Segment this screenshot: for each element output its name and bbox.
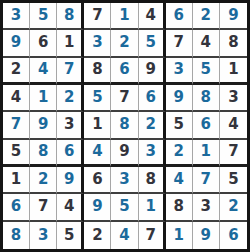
cell-r5c9[interactable]: 4 (220, 112, 247, 139)
cell-r2c7[interactable]: 7 (166, 30, 193, 57)
cell-r9c7[interactable]: 1 (166, 222, 193, 249)
cell-r4c3[interactable]: 2 (57, 85, 84, 112)
cell-r6c5[interactable]: 9 (111, 140, 138, 167)
cell-r5c4[interactable]: 1 (84, 112, 111, 139)
cell-r1c3[interactable]: 8 (57, 3, 84, 30)
cell-r8c5[interactable]: 5 (111, 194, 138, 221)
cell-r6c9[interactable]: 7 (220, 140, 247, 167)
cell-r3c2[interactable]: 4 (30, 58, 57, 85)
cell-r5c8[interactable]: 6 (193, 112, 220, 139)
cell-r1c1[interactable]: 3 (3, 3, 30, 30)
cell-r2c1[interactable]: 9 (3, 30, 30, 57)
cell-r7c6[interactable]: 8 (139, 167, 166, 194)
cell-r1c2[interactable]: 5 (30, 3, 57, 30)
cell-r6c1[interactable]: 5 (3, 140, 30, 167)
cell-r1c8[interactable]: 2 (193, 3, 220, 30)
cell-r5c1[interactable]: 7 (3, 112, 30, 139)
cell-r6c3[interactable]: 6 (57, 140, 84, 167)
cell-r8c1[interactable]: 6 (3, 194, 30, 221)
cell-r7c1[interactable]: 1 (3, 167, 30, 194)
cell-r1c7[interactable]: 6 (166, 3, 193, 30)
cell-r3c5[interactable]: 6 (111, 58, 138, 85)
cell-r5c2[interactable]: 9 (30, 112, 57, 139)
cell-r6c7[interactable]: 2 (166, 140, 193, 167)
cell-r9c2[interactable]: 3 (30, 222, 57, 249)
cell-r9c1[interactable]: 8 (3, 222, 30, 249)
cell-r2c2[interactable]: 6 (30, 30, 57, 57)
cell-r9c9[interactable]: 6 (220, 222, 247, 249)
cell-r8c6[interactable]: 1 (139, 194, 166, 221)
cell-r2c9[interactable]: 8 (220, 30, 247, 57)
cell-r1c5[interactable]: 1 (111, 3, 138, 30)
cell-r7c9[interactable]: 5 (220, 167, 247, 194)
cell-r1c4[interactable]: 7 (84, 3, 111, 30)
sudoku-app: 3587146299613257482478693514125769837931… (0, 0, 250, 252)
cell-r3c7[interactable]: 3 (166, 58, 193, 85)
cell-r3c8[interactable]: 5 (193, 58, 220, 85)
cell-r8c9[interactable]: 2 (220, 194, 247, 221)
cell-r9c5[interactable]: 4 (111, 222, 138, 249)
cell-r4c7[interactable]: 9 (166, 85, 193, 112)
cell-r5c3[interactable]: 3 (57, 112, 84, 139)
cell-r5c5[interactable]: 8 (111, 112, 138, 139)
cell-r7c7[interactable]: 4 (166, 167, 193, 194)
cell-r4c9[interactable]: 3 (220, 85, 247, 112)
cell-r9c8[interactable]: 9 (193, 222, 220, 249)
cell-r2c5[interactable]: 2 (111, 30, 138, 57)
cell-r3c3[interactable]: 7 (57, 58, 84, 85)
cell-r6c6[interactable]: 3 (139, 140, 166, 167)
cell-r2c8[interactable]: 4 (193, 30, 220, 57)
cell-r8c7[interactable]: 8 (166, 194, 193, 221)
cell-r9c4[interactable]: 2 (84, 222, 111, 249)
cell-r4c8[interactable]: 8 (193, 85, 220, 112)
cell-r4c5[interactable]: 7 (111, 85, 138, 112)
cell-r3c6[interactable]: 9 (139, 58, 166, 85)
cell-r3c4[interactable]: 8 (84, 58, 111, 85)
cell-r6c4[interactable]: 4 (84, 140, 111, 167)
cell-r3c9[interactable]: 1 (220, 58, 247, 85)
cell-r8c3[interactable]: 4 (57, 194, 84, 221)
cell-r7c2[interactable]: 2 (30, 167, 57, 194)
cell-r4c1[interactable]: 4 (3, 85, 30, 112)
cell-r1c9[interactable]: 9 (220, 3, 247, 30)
cell-r8c8[interactable]: 3 (193, 194, 220, 221)
cell-r2c6[interactable]: 5 (139, 30, 166, 57)
cell-r5c7[interactable]: 5 (166, 112, 193, 139)
cell-r6c8[interactable]: 1 (193, 140, 220, 167)
sudoku-board: 3587146299613257482478693514125769837931… (0, 0, 250, 252)
cell-r9c3[interactable]: 5 (57, 222, 84, 249)
cell-r3c1[interactable]: 2 (3, 58, 30, 85)
cell-r8c4[interactable]: 9 (84, 194, 111, 221)
cell-r9c6[interactable]: 7 (139, 222, 166, 249)
cell-r8c2[interactable]: 7 (30, 194, 57, 221)
cell-r7c4[interactable]: 6 (84, 167, 111, 194)
cell-r7c8[interactable]: 7 (193, 167, 220, 194)
cell-r6c2[interactable]: 8 (30, 140, 57, 167)
cell-r2c4[interactable]: 3 (84, 30, 111, 57)
cell-r4c2[interactable]: 1 (30, 85, 57, 112)
cell-r7c3[interactable]: 9 (57, 167, 84, 194)
cell-r5c6[interactable]: 2 (139, 112, 166, 139)
cell-r4c6[interactable]: 6 (139, 85, 166, 112)
cell-r7c5[interactable]: 3 (111, 167, 138, 194)
cell-r1c6[interactable]: 4 (139, 3, 166, 30)
cell-r4c4[interactable]: 5 (84, 85, 111, 112)
cell-r2c3[interactable]: 1 (57, 30, 84, 57)
